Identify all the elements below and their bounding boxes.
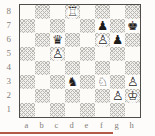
square-g5 [110, 47, 125, 61]
square-e7 [80, 19, 95, 33]
rank-label-3: 3 [0, 74, 15, 88]
square-h5 [125, 47, 140, 61]
rank-label-8: 8 [0, 4, 15, 18]
square-h4 [125, 61, 140, 75]
square-c7 [50, 19, 65, 33]
white-knight-icon: ♘ [95, 75, 110, 89]
file-label-f: f [94, 119, 109, 131]
white-pawn-icon: ♙ [95, 33, 110, 47]
square-e4 [80, 61, 95, 75]
square-b5 [35, 47, 50, 61]
square-f1 [95, 103, 110, 117]
chess-board: ♖♟♚♛♙♟♙♞♘♙♙♔ [19, 4, 141, 118]
square-c3 [50, 75, 65, 89]
white-rook-icon: ♖ [65, 5, 80, 19]
square-e8 [80, 5, 95, 19]
square-c6: ♛ [50, 33, 65, 47]
rank-label-6: 6 [0, 32, 15, 46]
file-label-e: e [79, 119, 94, 131]
rank-label-2: 2 [0, 88, 15, 102]
square-a6 [20, 33, 35, 47]
square-f6: ♙ [95, 33, 110, 47]
black-knight-icon: ♞ [65, 75, 80, 89]
square-a5 [20, 47, 35, 61]
square-d1 [65, 103, 80, 117]
white-king-icon: ♔ [125, 89, 140, 103]
black-pawn-icon: ♟ [110, 33, 125, 47]
square-g8 [110, 5, 125, 19]
square-a7 [20, 19, 35, 33]
square-h8 [125, 5, 140, 19]
square-f2 [95, 89, 110, 103]
square-d4 [65, 61, 80, 75]
square-b2 [35, 89, 50, 103]
square-c2 [50, 89, 65, 103]
square-g7 [110, 19, 125, 33]
square-g6: ♟ [110, 33, 125, 47]
black-queen-icon: ♛ [50, 33, 65, 47]
square-f7: ♟ [95, 19, 110, 33]
square-a3 [20, 75, 35, 89]
rank-label-1: 1 [0, 102, 15, 116]
file-label-b: b [34, 119, 49, 131]
square-b3 [35, 75, 50, 89]
square-f5 [95, 47, 110, 61]
file-label-a: a [19, 119, 34, 131]
page-rule-line [0, 132, 113, 134]
square-a2 [20, 89, 35, 103]
square-f8 [95, 5, 110, 19]
square-e3 [80, 75, 95, 89]
square-c5: ♙ [50, 47, 65, 61]
square-h1 [125, 103, 140, 117]
square-h3: ♙ [125, 75, 140, 89]
chess-diagram-scan: 87654321 ♖♟♚♛♙♟♙♞♘♙♙♔ abcdefgh [0, 0, 155, 136]
square-a1 [20, 103, 35, 117]
white-pawn-icon: ♙ [50, 47, 65, 61]
square-g2: ♙ [110, 89, 125, 103]
square-g3 [110, 75, 125, 89]
square-e5 [80, 47, 95, 61]
file-label-h: h [124, 119, 139, 131]
square-h6 [125, 33, 140, 47]
square-d8: ♖ [65, 5, 80, 19]
file-labels: abcdefgh [19, 119, 141, 131]
square-f3: ♘ [95, 75, 110, 89]
file-label-c: c [49, 119, 64, 131]
rank-label-4: 4 [0, 60, 15, 74]
square-a4 [20, 61, 35, 75]
square-d3: ♞ [65, 75, 80, 89]
square-d5 [65, 47, 80, 61]
square-e1 [80, 103, 95, 117]
rank-label-7: 7 [0, 18, 15, 32]
square-d6 [65, 33, 80, 47]
square-b1 [35, 103, 50, 117]
file-label-g: g [109, 119, 124, 131]
square-b6 [35, 33, 50, 47]
white-pawn-icon: ♙ [125, 75, 140, 89]
square-b7 [35, 19, 50, 33]
square-b8 [35, 5, 50, 19]
square-h7: ♚ [125, 19, 140, 33]
square-d2 [65, 89, 80, 103]
square-c1 [50, 103, 65, 117]
rank-labels: 87654321 [0, 4, 15, 116]
rank-label-5: 5 [0, 46, 15, 60]
black-king-icon: ♚ [125, 19, 140, 33]
square-f4 [95, 61, 110, 75]
square-a8 [20, 5, 35, 19]
file-label-d: d [64, 119, 79, 131]
black-pawn-icon: ♟ [95, 19, 110, 33]
square-d7 [65, 19, 80, 33]
square-e2 [80, 89, 95, 103]
square-c4 [50, 61, 65, 75]
square-e6 [80, 33, 95, 47]
white-pawn-icon: ♙ [110, 89, 125, 103]
square-h2: ♔ [125, 89, 140, 103]
square-b4 [35, 61, 50, 75]
square-g1 [110, 103, 125, 117]
square-g4 [110, 61, 125, 75]
square-c8 [50, 5, 65, 19]
